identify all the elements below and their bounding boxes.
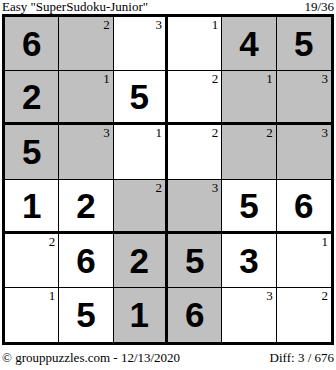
cell-r1c3[interactable]: 3 — [114, 17, 168, 71]
corner-mark: 1 — [266, 71, 273, 86]
cell-value: 5 — [22, 134, 41, 169]
cell-r5c4: 5 — [168, 234, 222, 288]
cell-r6c6[interactable]: 2 — [277, 288, 331, 342]
cell-value: 5 — [239, 188, 258, 223]
cell-r4c4[interactable]: 3 — [168, 180, 222, 234]
cell-r2c4[interactable]: 2 — [168, 71, 222, 125]
cell-r4c5: 5 — [222, 180, 276, 234]
cell-r2c5[interactable]: 1 — [222, 71, 276, 125]
cell-r5c1[interactable]: 2 — [5, 234, 59, 288]
corner-mark: 2 — [212, 125, 219, 140]
cell-r6c5[interactable]: 3 — [222, 288, 276, 342]
corner-mark: 3 — [321, 71, 328, 86]
cell-value: 6 — [294, 188, 313, 223]
corner-mark: 2 — [321, 288, 328, 303]
cell-r6c2: 5 — [59, 288, 113, 342]
cell-value: 1 — [130, 297, 149, 332]
corner-mark: 2 — [266, 125, 273, 140]
cell-r3c2[interactable]: 3 — [59, 125, 113, 179]
cell-r6c1[interactable]: 1 — [5, 288, 59, 342]
cell-value: 6 — [22, 26, 41, 61]
sudoku-grid: 623145215213531223122356262531151632 — [2, 14, 334, 345]
cell-r2c1: 2 — [5, 71, 59, 125]
header: Easy "SuperSudoku-Junior" 19/36 — [0, 0, 336, 13]
corner-mark: 1 — [49, 288, 56, 303]
cell-r3c5[interactable]: 2 — [222, 125, 276, 179]
corner-mark: 3 — [266, 288, 273, 303]
cell-r5c3: 2 — [114, 234, 168, 288]
corner-mark: 2 — [103, 17, 110, 32]
cell-value: 5 — [185, 243, 204, 278]
cell-r3c6[interactable]: 3 — [277, 125, 331, 179]
corner-mark: 3 — [155, 17, 162, 32]
cell-r6c4: 6 — [168, 288, 222, 342]
cell-r4c2: 2 — [59, 180, 113, 234]
cell-r5c2: 6 — [59, 234, 113, 288]
cell-value: 6 — [76, 243, 95, 278]
puzzle-title: Easy "SuperSudoku-Junior" — [2, 0, 148, 13]
corner-mark: 1 — [212, 17, 219, 32]
cell-r1c4[interactable]: 1 — [168, 17, 222, 71]
cell-r5c5: 3 — [222, 234, 276, 288]
cell-value: 3 — [239, 243, 258, 278]
cell-r3c1: 5 — [5, 125, 59, 179]
cell-value: 5 — [294, 26, 313, 61]
cell-r3c3[interactable]: 1 — [114, 125, 168, 179]
cell-r2c3: 5 — [114, 71, 168, 125]
cell-r2c2[interactable]: 1 — [59, 71, 113, 125]
cell-r4c6: 6 — [277, 180, 331, 234]
corner-mark: 1 — [103, 71, 110, 86]
cell-value: 5 — [76, 297, 95, 332]
difficulty-text: Diff: 3 / 676 — [270, 351, 334, 365]
footer: © grouppuzzles.com - 12/13/2020 Diff: 3 … — [0, 351, 336, 365]
cell-r3c4[interactable]: 2 — [168, 125, 222, 179]
cell-value: 2 — [130, 243, 149, 278]
cell-r1c2[interactable]: 2 — [59, 17, 113, 71]
cell-value: 6 — [185, 297, 204, 332]
corner-mark: 3 — [212, 180, 219, 195]
cell-value: 2 — [22, 79, 41, 114]
cell-r6c3: 1 — [114, 288, 168, 342]
corner-mark: 3 — [103, 125, 110, 140]
cell-value: 4 — [239, 26, 258, 61]
corner-mark: 1 — [155, 125, 162, 140]
corner-mark: 3 — [321, 125, 328, 140]
progress-count: 19/36 — [304, 0, 334, 13]
cell-r5c6[interactable]: 1 — [277, 234, 331, 288]
cell-r2c6[interactable]: 3 — [277, 71, 331, 125]
cell-r4c1: 1 — [5, 180, 59, 234]
cell-r1c5: 4 — [222, 17, 276, 71]
corner-mark: 2 — [155, 180, 162, 195]
cell-value: 1 — [22, 188, 41, 223]
cell-value: 2 — [76, 188, 95, 223]
corner-mark: 2 — [212, 71, 219, 86]
corner-mark: 2 — [49, 234, 56, 249]
cell-r1c1: 6 — [5, 17, 59, 71]
cell-r1c6: 5 — [277, 17, 331, 71]
copyright-text: © grouppuzzles.com - 12/13/2020 — [2, 351, 180, 365]
corner-mark: 1 — [321, 234, 328, 249]
cell-r4c3[interactable]: 2 — [114, 180, 168, 234]
cell-value: 5 — [130, 79, 149, 114]
